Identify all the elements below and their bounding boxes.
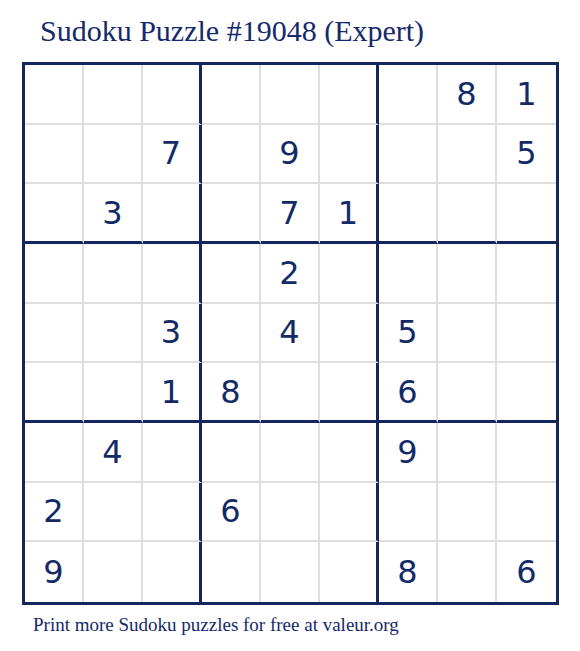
sudoku-cell-r9c2 (84, 542, 143, 602)
sudoku-cell-r3c1 (25, 184, 84, 244)
sudoku-cell-r4c1 (25, 244, 84, 304)
footer-print-note: Print more Sudoku puzzles for free at va… (33, 612, 399, 638)
sudoku-cell-r8c5 (261, 483, 320, 543)
sudoku-cell-r7c7: 9 (379, 423, 438, 483)
sudoku-cell-r2c5: 9 (261, 125, 320, 185)
sudoku-cell-r4c2 (84, 244, 143, 304)
sudoku-cell-r2c3: 7 (143, 125, 202, 185)
sudoku-cell-r2c1 (25, 125, 84, 185)
sudoku-cell-r3c8 (438, 184, 497, 244)
sudoku-cell-r5c6 (320, 304, 379, 364)
sudoku-cell-r5c7: 5 (379, 304, 438, 364)
sudoku-cell-r5c2 (84, 304, 143, 364)
sudoku-cell-r4c6 (320, 244, 379, 304)
sudoku-cell-r3c9 (497, 184, 556, 244)
sudoku-cell-r4c8 (438, 244, 497, 304)
sudoku-cell-r5c4 (202, 304, 261, 364)
sudoku-cell-r4c9 (497, 244, 556, 304)
sudoku-cell-r6c5 (261, 363, 320, 423)
sudoku-cell-r9c7: 8 (379, 542, 438, 602)
sudoku-cell-r7c3 (143, 423, 202, 483)
sudoku-cell-r9c9: 6 (497, 542, 556, 602)
sudoku-cell-r3c4 (202, 184, 261, 244)
sudoku-cell-r4c3 (143, 244, 202, 304)
sudoku-cell-r6c2 (84, 363, 143, 423)
sudoku-cell-r1c6 (320, 65, 379, 125)
sudoku-cell-r6c4: 8 (202, 363, 261, 423)
sudoku-cell-r5c9 (497, 304, 556, 364)
sudoku-cell-r9c1: 9 (25, 542, 84, 602)
sudoku-cell-r9c5 (261, 542, 320, 602)
page-title: Sudoku Puzzle #19048 (Expert) (40, 12, 424, 50)
sudoku-cell-r7c1 (25, 423, 84, 483)
sudoku-cell-r9c3 (143, 542, 202, 602)
sudoku-cell-r3c3 (143, 184, 202, 244)
sudoku-cell-r8c8 (438, 483, 497, 543)
sudoku-cell-r1c2 (84, 65, 143, 125)
sudoku-cell-r8c6 (320, 483, 379, 543)
sudoku-cell-r7c6 (320, 423, 379, 483)
sudoku-cell-r2c9: 5 (497, 125, 556, 185)
sudoku-cell-r5c3: 3 (143, 304, 202, 364)
sudoku-cell-r1c3 (143, 65, 202, 125)
sudoku-cell-r8c2 (84, 483, 143, 543)
sudoku-cell-r8c1: 2 (25, 483, 84, 543)
sudoku-cell-r2c8 (438, 125, 497, 185)
sudoku-cell-r1c4 (202, 65, 261, 125)
sudoku-cell-r6c1 (25, 363, 84, 423)
sudoku-cell-r5c8 (438, 304, 497, 364)
sudoku-cell-r6c6 (320, 363, 379, 423)
sudoku-cell-r3c5: 7 (261, 184, 320, 244)
sudoku-cell-r5c1 (25, 304, 84, 364)
sudoku-cell-r1c7 (379, 65, 438, 125)
sudoku-cell-r7c2: 4 (84, 423, 143, 483)
sudoku-cell-r7c4 (202, 423, 261, 483)
sudoku-cell-r6c9 (497, 363, 556, 423)
sudoku-cell-r1c5 (261, 65, 320, 125)
sudoku-cell-r2c4 (202, 125, 261, 185)
sudoku-cell-r3c6: 1 (320, 184, 379, 244)
sudoku-cell-r8c9 (497, 483, 556, 543)
sudoku-cell-r1c9: 1 (497, 65, 556, 125)
sudoku-cell-r8c4: 6 (202, 483, 261, 543)
sudoku-cell-r4c5: 2 (261, 244, 320, 304)
sudoku-cell-r2c6 (320, 125, 379, 185)
sudoku-cell-r9c6 (320, 542, 379, 602)
sudoku-grid: 8179537123451864926986 (22, 62, 559, 605)
sudoku-cell-r8c7 (379, 483, 438, 543)
sudoku-cell-r7c9 (497, 423, 556, 483)
sudoku-cell-r3c2: 3 (84, 184, 143, 244)
sudoku-cell-r2c7 (379, 125, 438, 185)
sudoku-cell-r7c8 (438, 423, 497, 483)
sudoku-cell-r2c2 (84, 125, 143, 185)
sudoku-cell-r1c8: 8 (438, 65, 497, 125)
sudoku-cell-r5c5: 4 (261, 304, 320, 364)
sudoku-cell-r6c7: 6 (379, 363, 438, 423)
sudoku-cell-r9c4 (202, 542, 261, 602)
sudoku-cell-r9c8 (438, 542, 497, 602)
sudoku-cell-r6c8 (438, 363, 497, 423)
sudoku-cell-r8c3 (143, 483, 202, 543)
sudoku-cell-r6c3: 1 (143, 363, 202, 423)
sudoku-cell-r7c5 (261, 423, 320, 483)
sudoku-cell-r3c7 (379, 184, 438, 244)
sudoku-cell-r1c1 (25, 65, 84, 125)
sudoku-cell-r4c4 (202, 244, 261, 304)
sudoku-cell-r4c7 (379, 244, 438, 304)
